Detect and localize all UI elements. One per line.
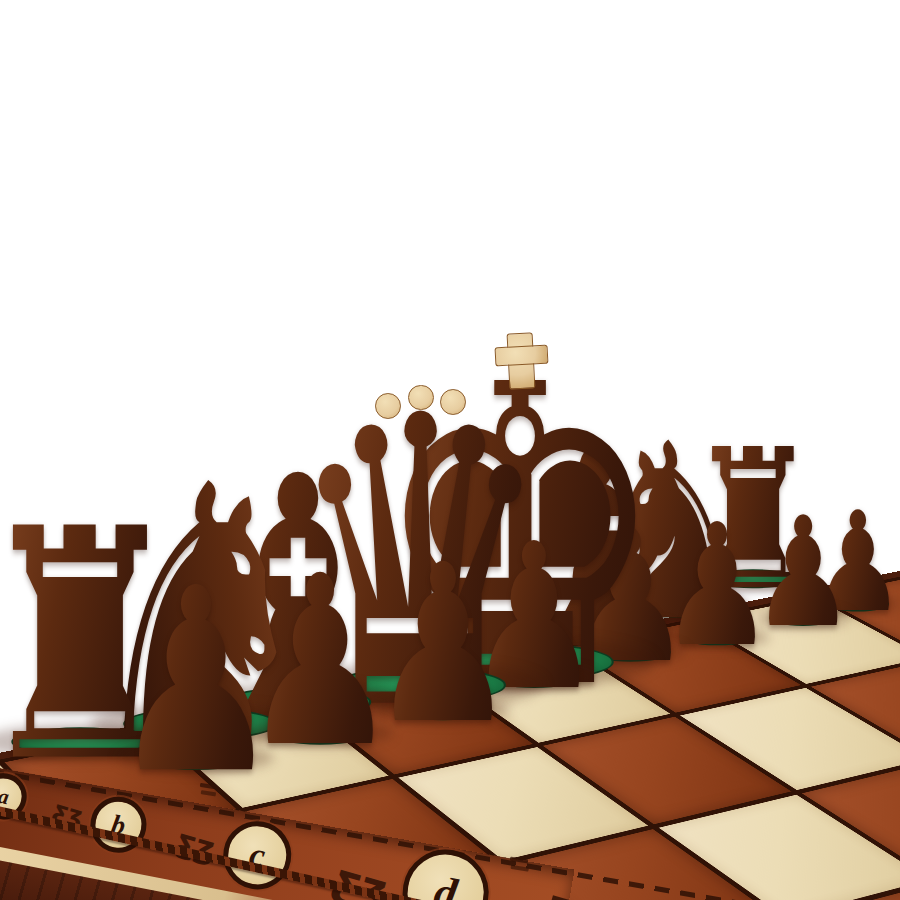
pawn-piece[interactable]: ♟ (111, 555, 282, 809)
scene: abcdʒʒʒʒʒʒʒʒʒʒ ♜♞♝♛♚♝♞♜♟♟♟♟♟♟♟♟ (0, 0, 900, 900)
queen-crown-ball (440, 389, 466, 415)
queen-crown-ball (408, 385, 434, 411)
pieces-layer: ♜♞♝♛♚♝♞♜♟♟♟♟♟♟♟♟ (0, 0, 900, 900)
